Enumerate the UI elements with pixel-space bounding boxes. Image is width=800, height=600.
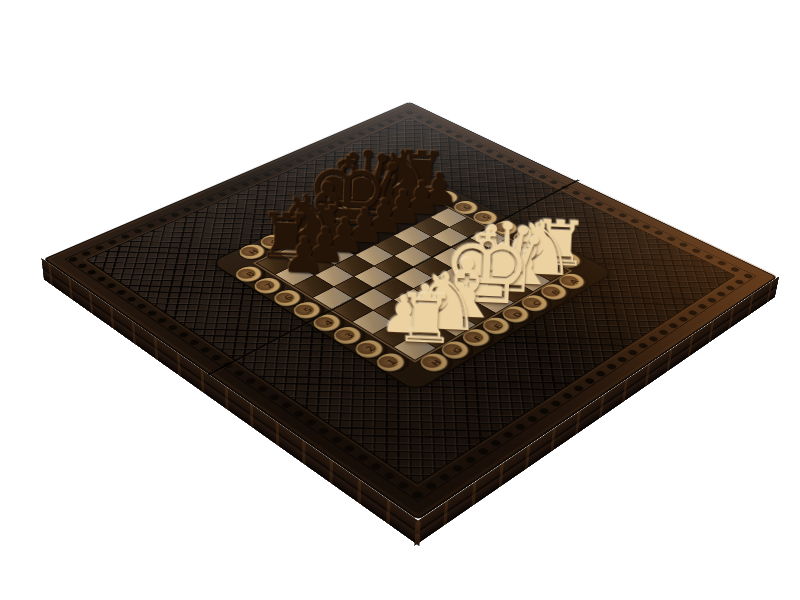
coordinate-label: 6 bbox=[282, 294, 295, 301]
coordinate-label: H bbox=[428, 358, 443, 367]
game-box: HGFEDCBA HGFEDCBA 87654321 87654321 ♜♞♝♚… bbox=[43, 102, 778, 521]
coordinate-label: 5 bbox=[302, 307, 315, 315]
piece-black-pawn[interactable]: ♟ bbox=[253, 228, 356, 281]
coordinate-label: 7 bbox=[263, 282, 276, 289]
coordinate-label: 1 bbox=[385, 358, 399, 366]
photo-background: HGFEDCBA HGFEDCBA 87654321 87654321 ♜♞♝♚… bbox=[0, 0, 800, 600]
coordinate-label: 4 bbox=[322, 319, 335, 327]
piece-white-rook[interactable]: ♜ bbox=[371, 283, 481, 355]
